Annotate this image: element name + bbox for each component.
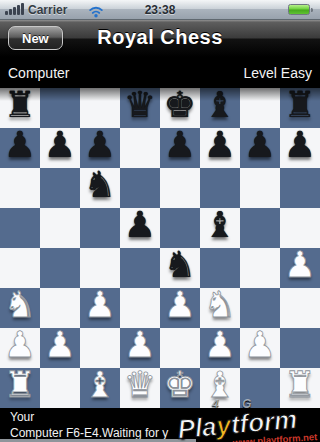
- square-f1[interactable]: ♝: [200, 368, 240, 408]
- level-label: Level Easy: [244, 65, 312, 81]
- square-e6[interactable]: [160, 168, 200, 208]
- square-e5[interactable]: [160, 208, 200, 248]
- piece-white-pawn: ♟: [160, 285, 200, 325]
- piece-black-pawn: ♟: [160, 125, 200, 165]
- piece-black-knight: ♞: [160, 245, 200, 285]
- status-line-last-move: Computer F6-E4.Waiting for y: [10, 426, 168, 440]
- piece-white-rook: ♜: [0, 365, 40, 405]
- piece-black-pawn: ♟: [200, 125, 240, 165]
- square-g3[interactable]: [240, 288, 280, 328]
- square-f2[interactable]: ♟: [200, 328, 240, 368]
- match-info-bar: Computer Level Easy: [0, 57, 320, 88]
- watermark-brand-pre: Pla: [176, 411, 217, 442]
- square-b8[interactable]: [40, 88, 80, 128]
- piece-black-pawn: ♟: [120, 205, 160, 245]
- square-c4[interactable]: [80, 248, 120, 288]
- piece-black-rook: ♜: [0, 85, 40, 125]
- clock-label: 23:38: [0, 3, 320, 17]
- square-g2[interactable]: ♟: [240, 328, 280, 368]
- piece-black-knight: ♞: [80, 165, 120, 205]
- nav-bar: New Royal Chess: [0, 20, 320, 57]
- piece-white-pawn: ♟: [200, 325, 240, 365]
- chess-board: ♜♛♚♝♜♟♟♟♟♟♟♟♞♟♝♞♟♞♟♟♞♟♟♟♟♟♜♝♛♚♝♜: [0, 88, 320, 408]
- square-g1[interactable]: [240, 368, 280, 408]
- square-g4[interactable]: [240, 248, 280, 288]
- watermark-logo: Playtform: [176, 406, 298, 442]
- piece-white-rook: ♜: [280, 365, 320, 405]
- status-line-turn: Your: [10, 410, 34, 424]
- watermark-url: www.playtform.net: [233, 431, 318, 442]
- piece-black-queen: ♛: [120, 85, 160, 125]
- square-c8[interactable]: [80, 88, 120, 128]
- piece-black-bishop: ♝: [200, 85, 240, 125]
- square-h1[interactable]: ♜: [280, 368, 320, 408]
- piece-white-king: ♚: [160, 365, 200, 405]
- square-b4[interactable]: [40, 248, 80, 288]
- square-c2[interactable]: [80, 328, 120, 368]
- piece-black-king: ♚: [160, 85, 200, 125]
- piece-black-bishop: ♝: [200, 205, 240, 245]
- square-a4[interactable]: [0, 248, 40, 288]
- watermark-brand-post: tform: [230, 404, 299, 440]
- square-g5[interactable]: [240, 208, 280, 248]
- square-e1[interactable]: ♚: [160, 368, 200, 408]
- watermark-brand-accent: y: [215, 410, 232, 441]
- square-f3[interactable]: ♞: [200, 288, 240, 328]
- square-c1[interactable]: ♝: [80, 368, 120, 408]
- square-d5[interactable]: ♟: [120, 208, 160, 248]
- piece-white-pawn: ♟: [80, 285, 120, 325]
- status-bar: Carrier 23:38: [0, 0, 320, 20]
- piece-white-bishop: ♝: [80, 365, 120, 405]
- square-h3[interactable]: [280, 288, 320, 328]
- piece-white-pawn: ♟: [0, 325, 40, 365]
- square-e4[interactable]: ♞: [160, 248, 200, 288]
- square-f7[interactable]: ♟: [200, 128, 240, 168]
- square-h6[interactable]: [280, 168, 320, 208]
- square-d8[interactable]: ♛: [120, 88, 160, 128]
- piece-white-knight: ♞: [200, 285, 240, 325]
- square-f5[interactable]: ♝: [200, 208, 240, 248]
- square-b2[interactable]: ♟: [40, 328, 80, 368]
- square-g6[interactable]: [240, 168, 280, 208]
- opponent-label: Computer: [8, 65, 69, 81]
- square-a5[interactable]: [0, 208, 40, 248]
- piece-white-pawn: ♟: [280, 245, 320, 285]
- piece-white-pawn: ♟: [240, 325, 280, 365]
- piece-white-queen: ♛: [120, 365, 160, 405]
- square-b5[interactable]: [40, 208, 80, 248]
- page-title: Royal Chess: [0, 26, 320, 49]
- square-f6[interactable]: [200, 168, 240, 208]
- square-d7[interactable]: [120, 128, 160, 168]
- piece-black-pawn: ♟: [0, 125, 40, 165]
- piece-white-pawn: ♟: [120, 325, 160, 365]
- square-h8[interactable]: ♜: [280, 88, 320, 128]
- piece-black-rook: ♜: [280, 85, 320, 125]
- square-b6[interactable]: [40, 168, 80, 208]
- square-h5[interactable]: [280, 208, 320, 248]
- square-e3[interactable]: ♟: [160, 288, 200, 328]
- square-e2[interactable]: [160, 328, 200, 368]
- battery-icon: [288, 4, 310, 15]
- square-e7[interactable]: ♟: [160, 128, 200, 168]
- square-c3[interactable]: ♟: [80, 288, 120, 328]
- square-h7[interactable]: ♟: [280, 128, 320, 168]
- piece-black-pawn: ♟: [80, 125, 120, 165]
- square-b7[interactable]: ♟: [40, 128, 80, 168]
- piece-white-knight: ♞: [0, 285, 40, 325]
- square-a1[interactable]: ♜: [0, 368, 40, 408]
- square-a8[interactable]: ♜: [0, 88, 40, 128]
- piece-black-pawn: ♟: [40, 125, 80, 165]
- square-a2[interactable]: ♟: [0, 328, 40, 368]
- square-h2[interactable]: [280, 328, 320, 368]
- square-d6[interactable]: [120, 168, 160, 208]
- square-c7[interactable]: ♟: [80, 128, 120, 168]
- footer-status-area: Your Computer F6-E4.Waiting for y 4 G Pl…: [0, 408, 320, 442]
- square-d3[interactable]: [120, 288, 160, 328]
- square-a7[interactable]: ♟: [0, 128, 40, 168]
- square-e8[interactable]: ♚: [160, 88, 200, 128]
- piece-black-pawn: ♟: [240, 125, 280, 165]
- square-f8[interactable]: ♝: [200, 88, 240, 128]
- square-d4[interactable]: [120, 248, 160, 288]
- square-a6[interactable]: [0, 168, 40, 208]
- square-b3[interactable]: [40, 288, 80, 328]
- square-d2[interactable]: ♟: [120, 328, 160, 368]
- square-g7[interactable]: ♟: [240, 128, 280, 168]
- square-c6[interactable]: ♞: [80, 168, 120, 208]
- square-g8[interactable]: [240, 88, 280, 128]
- square-a3[interactable]: ♞: [0, 288, 40, 328]
- square-h4[interactable]: ♟: [280, 248, 320, 288]
- square-b1[interactable]: [40, 368, 80, 408]
- piece-black-pawn: ♟: [280, 125, 320, 165]
- piece-white-pawn: ♟: [40, 325, 80, 365]
- square-f4[interactable]: [200, 248, 240, 288]
- piece-white-bishop: ♝: [200, 365, 240, 405]
- square-d1[interactable]: ♛: [120, 368, 160, 408]
- square-c5[interactable]: [80, 208, 120, 248]
- phone-screen: Carrier 23:38 New Royal Chess Computer L…: [0, 0, 320, 442]
